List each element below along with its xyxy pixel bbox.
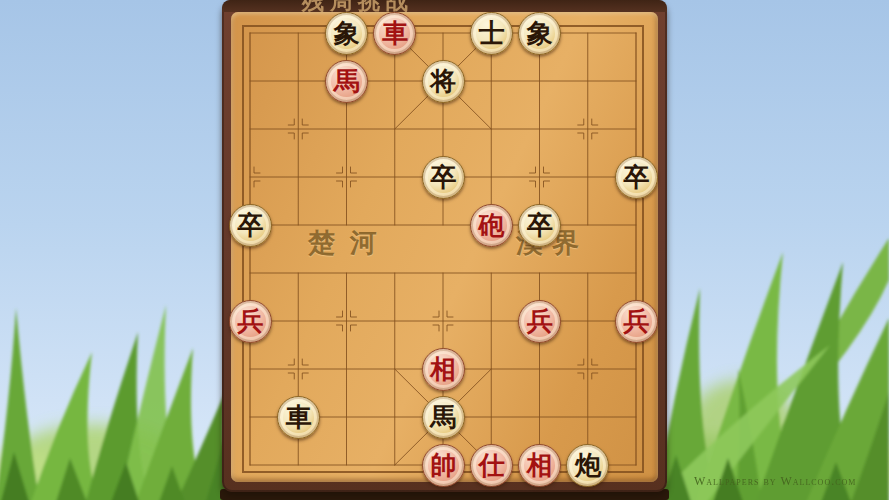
piece-red-general[interactable]: 帥 bbox=[422, 444, 465, 487]
piece-black-pawn[interactable]: 卒 bbox=[615, 156, 658, 199]
board-point[interactable] bbox=[323, 249, 371, 297]
board-point[interactable]: 馬 bbox=[323, 57, 371, 105]
board-point[interactable] bbox=[226, 393, 274, 441]
board-point[interactable] bbox=[274, 105, 322, 153]
board-point[interactable] bbox=[564, 57, 612, 105]
board-point[interactable] bbox=[371, 249, 419, 297]
board-point[interactable]: 象 bbox=[323, 9, 371, 57]
board-point[interactable] bbox=[274, 441, 322, 489]
board-point[interactable] bbox=[226, 105, 274, 153]
piece-red-pawn[interactable]: 兵 bbox=[615, 300, 658, 343]
board-point[interactable] bbox=[467, 297, 515, 345]
board-point[interactable]: 相 bbox=[516, 441, 564, 489]
watermark-text: Wallpapers by Wallcoo.com bbox=[694, 474, 856, 489]
board-point[interactable] bbox=[323, 201, 371, 249]
board-point[interactable] bbox=[323, 297, 371, 345]
board-point[interactable] bbox=[371, 201, 419, 249]
board-point[interactable]: 兵 bbox=[516, 297, 564, 345]
board-point[interactable] bbox=[612, 9, 660, 57]
piece-black-horse[interactable]: 馬 bbox=[422, 396, 465, 439]
board-point[interactable]: 炮 bbox=[564, 441, 612, 489]
board-point[interactable]: 砲 bbox=[467, 201, 515, 249]
board-point[interactable] bbox=[612, 201, 660, 249]
board-point[interactable]: 馬 bbox=[419, 393, 467, 441]
board-point[interactable]: 仕 bbox=[467, 441, 515, 489]
board-point[interactable] bbox=[467, 57, 515, 105]
piece-black-elephant[interactable]: 象 bbox=[518, 12, 561, 55]
board-point[interactable] bbox=[323, 105, 371, 153]
board-point[interactable] bbox=[564, 393, 612, 441]
board-point[interactable]: 卒 bbox=[419, 153, 467, 201]
board-point[interactable]: 兵 bbox=[612, 297, 660, 345]
board-point[interactable] bbox=[226, 153, 274, 201]
board-point[interactable] bbox=[323, 345, 371, 393]
board-point[interactable]: 相 bbox=[419, 345, 467, 393]
board-point[interactable] bbox=[516, 105, 564, 153]
board-point[interactable] bbox=[467, 345, 515, 393]
piece-black-cannon[interactable]: 炮 bbox=[566, 444, 609, 487]
board-point[interactable] bbox=[612, 105, 660, 153]
board-point[interactable] bbox=[371, 153, 419, 201]
board-point[interactable] bbox=[274, 345, 322, 393]
board-point[interactable] bbox=[564, 345, 612, 393]
board-point[interactable] bbox=[419, 249, 467, 297]
board-point[interactable] bbox=[419, 201, 467, 249]
piece-black-pawn[interactable]: 卒 bbox=[422, 156, 465, 199]
board-point[interactable] bbox=[274, 9, 322, 57]
board-point[interactable] bbox=[564, 105, 612, 153]
xiangqi-board: 残局挑战 楚河 漢界 象車士象馬将卒卒卒砲卒兵兵兵相車馬帥仕相炮 bbox=[222, 0, 667, 492]
piece-black-pawn[interactable]: 卒 bbox=[518, 204, 561, 247]
board-point[interactable] bbox=[467, 393, 515, 441]
board-point[interactable] bbox=[516, 345, 564, 393]
board-point[interactable]: 卒 bbox=[516, 201, 564, 249]
board-point[interactable] bbox=[274, 249, 322, 297]
board-point[interactable] bbox=[564, 9, 612, 57]
board-point[interactable] bbox=[467, 105, 515, 153]
piece-black-general[interactable]: 将 bbox=[422, 60, 465, 103]
board-point[interactable] bbox=[564, 153, 612, 201]
board-point[interactable]: 車 bbox=[371, 9, 419, 57]
piece-red-elephant[interactable]: 相 bbox=[518, 444, 561, 487]
board-point[interactable] bbox=[612, 345, 660, 393]
board-point[interactable] bbox=[371, 441, 419, 489]
board-point[interactable] bbox=[612, 249, 660, 297]
piece-black-pawn[interactable]: 卒 bbox=[229, 204, 272, 247]
screenshot: 残局挑战 楚河 漢界 象車士象馬将卒卒卒砲卒兵兵兵相車馬帥仕相炮 Wallpap… bbox=[0, 0, 889, 500]
piece-black-elephant[interactable]: 象 bbox=[325, 12, 368, 55]
piece-red-advisor[interactable]: 仕 bbox=[470, 444, 513, 487]
board-point[interactable] bbox=[419, 105, 467, 153]
board-point[interactable] bbox=[516, 57, 564, 105]
board-point[interactable] bbox=[274, 297, 322, 345]
board-point[interactable] bbox=[323, 441, 371, 489]
board-point[interactable] bbox=[419, 9, 467, 57]
board-point[interactable] bbox=[274, 57, 322, 105]
board-point[interactable] bbox=[323, 153, 371, 201]
piece-black-chariot[interactable]: 車 bbox=[277, 396, 320, 439]
piece-red-cannon[interactable]: 砲 bbox=[470, 204, 513, 247]
board-point[interactable] bbox=[226, 57, 274, 105]
board-point[interactable]: 将 bbox=[419, 57, 467, 105]
board-point[interactable] bbox=[226, 9, 274, 57]
board-point[interactable] bbox=[371, 297, 419, 345]
piece-red-pawn[interactable]: 兵 bbox=[229, 300, 272, 343]
board-point[interactable] bbox=[612, 441, 660, 489]
piece-red-horse[interactable]: 馬 bbox=[325, 60, 368, 103]
board-point[interactable] bbox=[274, 153, 322, 201]
board-point[interactable]: 兵 bbox=[226, 297, 274, 345]
board-point[interactable] bbox=[226, 441, 274, 489]
board-point[interactable] bbox=[419, 297, 467, 345]
board-point[interactable] bbox=[371, 345, 419, 393]
board-point[interactable] bbox=[516, 393, 564, 441]
board-point[interactable] bbox=[612, 57, 660, 105]
board-point[interactable] bbox=[323, 393, 371, 441]
board-point[interactable] bbox=[564, 249, 612, 297]
board-point[interactable] bbox=[564, 201, 612, 249]
piece-red-elephant[interactable]: 相 bbox=[422, 348, 465, 391]
board-point[interactable] bbox=[467, 249, 515, 297]
board-point[interactable] bbox=[612, 393, 660, 441]
board-point[interactable]: 帥 bbox=[419, 441, 467, 489]
piece-red-pawn[interactable]: 兵 bbox=[518, 300, 561, 343]
board-point[interactable] bbox=[467, 153, 515, 201]
board-point[interactable] bbox=[371, 57, 419, 105]
board-point[interactable] bbox=[226, 249, 274, 297]
board-point[interactable]: 士 bbox=[467, 9, 515, 57]
board-point[interactable] bbox=[564, 297, 612, 345]
piece-red-chariot[interactable]: 車 bbox=[373, 12, 416, 55]
piece-black-advisor[interactable]: 士 bbox=[470, 12, 513, 55]
board-point[interactable] bbox=[516, 153, 564, 201]
board-point[interactable]: 象 bbox=[516, 9, 564, 57]
board-point[interactable] bbox=[226, 345, 274, 393]
board-point[interactable]: 卒 bbox=[226, 201, 274, 249]
board-point[interactable]: 車 bbox=[274, 393, 322, 441]
board-grid: 象車士象馬将卒卒卒砲卒兵兵兵相車馬帥仕相炮 bbox=[226, 9, 660, 489]
board-point[interactable] bbox=[371, 105, 419, 153]
board-point[interactable] bbox=[516, 249, 564, 297]
board-point[interactable] bbox=[274, 201, 322, 249]
board-point[interactable] bbox=[371, 393, 419, 441]
board-point[interactable]: 卒 bbox=[612, 153, 660, 201]
